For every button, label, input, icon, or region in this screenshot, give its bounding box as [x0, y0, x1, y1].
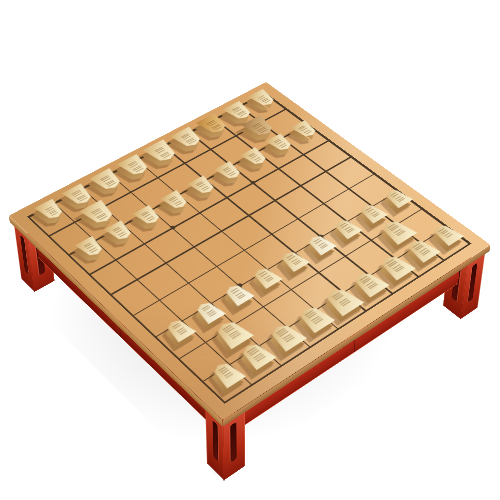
piece-kanji-engraving [299, 125, 313, 134]
piece-kanji-engraving [230, 106, 247, 117]
piece-kanji-engraving [141, 211, 155, 221]
piece-kanji-engraving [113, 227, 127, 238]
product-photo-stage [0, 0, 500, 500]
piece-kanji-engraving [258, 271, 273, 282]
piece-kanji-engraving [218, 367, 234, 380]
piece-kanji-engraving [365, 207, 380, 217]
piece-kanji-engraving [84, 243, 98, 254]
piece-kanji-engraving [44, 206, 58, 216]
piece-kanji-engraving [222, 325, 242, 341]
piece-kanji-engraving [230, 288, 245, 300]
piece-kanji-engraving [360, 276, 380, 291]
piece-kanji-engraving [70, 189, 88, 202]
piece-kanji-engraving [169, 196, 183, 206]
piece-kanji-engraving [171, 323, 187, 335]
scene-3d [0, 0, 500, 500]
piece-kanji-engraving [332, 292, 352, 307]
piece-kanji-engraving [223, 167, 237, 177]
piece-kanji-engraving [179, 132, 196, 144]
piece-kanji-engraving [304, 310, 324, 325]
piece-kanji-engraving [439, 228, 454, 239]
piece-kanji-engraving [386, 259, 406, 273]
piece-kanji-engraving [251, 122, 268, 134]
piece-kanji-engraving [99, 174, 117, 187]
piece-kanji-engraving [126, 160, 144, 172]
piece-kanji-engraving [276, 328, 296, 344]
leg-groove [230, 422, 236, 463]
piece-kanji-engraving [196, 181, 210, 191]
piece-kanji-engraving [387, 224, 406, 238]
leg-groove [213, 420, 219, 462]
piece-kanji-engraving [257, 94, 270, 103]
piece-kanji-engraving [390, 192, 405, 202]
piece-kanji-engraving [286, 254, 301, 265]
piece-kanji-engraving [274, 139, 288, 148]
piece-kanji-engraving [200, 305, 215, 317]
piece-kanji-engraving [313, 238, 328, 249]
piece-kanji-engraving [153, 146, 170, 158]
piece-kanji-engraving [249, 153, 263, 162]
shogi-board [9, 82, 491, 420]
leg-groove [468, 263, 478, 303]
piece-kanji-engraving [339, 222, 354, 233]
piece-kanji-engraving [205, 119, 222, 131]
piece-kanji-engraving [91, 207, 109, 220]
